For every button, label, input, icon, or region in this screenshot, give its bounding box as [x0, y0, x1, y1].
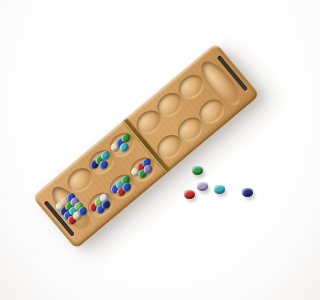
stone-navy[interactable]: [242, 188, 253, 197]
mancala-board: [32, 43, 260, 249]
stone-lavender[interactable]: [197, 182, 208, 191]
stone-green[interactable]: [192, 166, 203, 175]
stone-red[interactable]: [184, 190, 195, 199]
stone-teal[interactable]: [214, 185, 225, 194]
